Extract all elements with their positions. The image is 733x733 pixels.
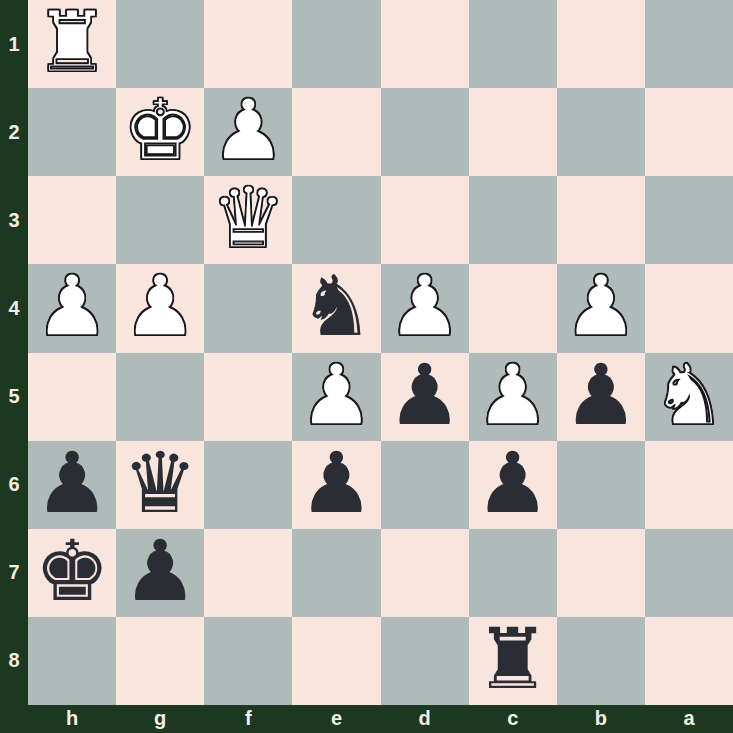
piece-white-pawn-d4[interactable]: ♟: [387, 264, 462, 348]
piece-black-pawn-h6[interactable]: ♟: [34, 441, 109, 525]
square-f5[interactable]: [204, 353, 292, 441]
square-f1[interactable]: [204, 0, 292, 88]
square-b2[interactable]: [557, 88, 645, 176]
square-a7[interactable]: [645, 529, 733, 617]
square-g4[interactable]: ♟: [116, 264, 204, 352]
square-c4[interactable]: [469, 264, 557, 352]
piece-white-pawn-f2[interactable]: ♟: [211, 88, 286, 172]
piece-white-knight-a5[interactable]: ♞: [651, 353, 726, 437]
piece-white-pawn-b4[interactable]: ♟: [563, 264, 638, 348]
file-label-b: b: [557, 705, 645, 733]
piece-black-pawn-c6[interactable]: ♟: [475, 441, 550, 525]
file-label-h: h: [28, 705, 116, 733]
piece-white-king-g2[interactable]: ♚: [123, 88, 198, 172]
rank-labels: 12345678: [0, 0, 28, 705]
square-h5[interactable]: [28, 353, 116, 441]
square-e6[interactable]: ♟: [292, 441, 380, 529]
rank-label-8: 8: [0, 617, 28, 705]
square-g3[interactable]: [116, 176, 204, 264]
piece-black-king-h7[interactable]: ♚: [34, 529, 109, 613]
square-h1[interactable]: ♜: [28, 0, 116, 88]
square-h3[interactable]: [28, 176, 116, 264]
frame-corner: [0, 705, 28, 733]
square-g2[interactable]: ♚: [116, 88, 204, 176]
square-f8[interactable]: [204, 617, 292, 705]
square-h7[interactable]: ♚: [28, 529, 116, 617]
square-h2[interactable]: [28, 88, 116, 176]
square-e2[interactable]: [292, 88, 380, 176]
square-g8[interactable]: [116, 617, 204, 705]
square-c7[interactable]: [469, 529, 557, 617]
square-a1[interactable]: [645, 0, 733, 88]
rank-label-2: 2: [0, 88, 28, 176]
rank-label-1: 1: [0, 0, 28, 88]
square-c8[interactable]: ♜: [469, 617, 557, 705]
chessboard-frame: 12345678 ♜♚♟♛♟♟♞♟♟♟♟♟♟♞♟♛♟♟♚♟♜ hgfedcba: [0, 0, 733, 733]
rank-label-3: 3: [0, 176, 28, 264]
square-d2[interactable]: [381, 88, 469, 176]
square-e3[interactable]: [292, 176, 380, 264]
file-labels: hgfedcba: [28, 705, 733, 733]
square-c5[interactable]: ♟: [469, 353, 557, 441]
square-c2[interactable]: [469, 88, 557, 176]
square-a5[interactable]: ♞: [645, 353, 733, 441]
square-h4[interactable]: ♟: [28, 264, 116, 352]
square-c6[interactable]: ♟: [469, 441, 557, 529]
piece-black-pawn-e6[interactable]: ♟: [299, 441, 374, 525]
square-c1[interactable]: [469, 0, 557, 88]
square-b5[interactable]: ♟: [557, 353, 645, 441]
piece-black-pawn-b5[interactable]: ♟: [563, 353, 638, 437]
piece-black-pawn-d5[interactable]: ♟: [387, 353, 462, 437]
square-h6[interactable]: ♟: [28, 441, 116, 529]
file-label-d: d: [381, 705, 469, 733]
square-e5[interactable]: ♟: [292, 353, 380, 441]
piece-white-pawn-c5[interactable]: ♟: [475, 353, 550, 437]
file-label-a: a: [645, 705, 733, 733]
square-d5[interactable]: ♟: [381, 353, 469, 441]
piece-black-queen-g6[interactable]: ♛: [123, 441, 198, 525]
piece-white-rook-h1[interactable]: ♜: [34, 0, 109, 84]
square-c3[interactable]: [469, 176, 557, 264]
file-label-e: e: [292, 705, 380, 733]
square-d7[interactable]: [381, 529, 469, 617]
square-d4[interactable]: ♟: [381, 264, 469, 352]
piece-white-pawn-e5[interactable]: ♟: [299, 353, 374, 437]
piece-white-pawn-g4[interactable]: ♟: [123, 264, 198, 348]
square-b1[interactable]: [557, 0, 645, 88]
square-a3[interactable]: [645, 176, 733, 264]
square-d1[interactable]: [381, 0, 469, 88]
file-label-f: f: [204, 705, 292, 733]
rank-label-5: 5: [0, 353, 28, 441]
square-a4[interactable]: [645, 264, 733, 352]
square-e4[interactable]: ♞: [292, 264, 380, 352]
square-g7[interactable]: ♟: [116, 529, 204, 617]
square-f6[interactable]: [204, 441, 292, 529]
rank-label-6: 6: [0, 441, 28, 529]
piece-black-rook-c8[interactable]: ♜: [475, 617, 550, 701]
piece-white-queen-f3[interactable]: ♛: [211, 176, 286, 260]
square-f3[interactable]: ♛: [204, 176, 292, 264]
square-e1[interactable]: [292, 0, 380, 88]
square-f2[interactable]: ♟: [204, 88, 292, 176]
square-d3[interactable]: [381, 176, 469, 264]
square-e7[interactable]: [292, 529, 380, 617]
square-g6[interactable]: ♛: [116, 441, 204, 529]
square-b4[interactable]: ♟: [557, 264, 645, 352]
rank-label-4: 4: [0, 264, 28, 352]
square-a2[interactable]: [645, 88, 733, 176]
piece-black-knight-e4[interactable]: ♞: [299, 264, 374, 348]
piece-black-pawn-g7[interactable]: ♟: [123, 529, 198, 613]
square-b3[interactable]: [557, 176, 645, 264]
square-g5[interactable]: [116, 353, 204, 441]
square-d8[interactable]: [381, 617, 469, 705]
square-d6[interactable]: [381, 441, 469, 529]
square-g1[interactable]: [116, 0, 204, 88]
square-b6[interactable]: [557, 441, 645, 529]
square-f4[interactable]: [204, 264, 292, 352]
square-a8[interactable]: [645, 617, 733, 705]
square-f7[interactable]: [204, 529, 292, 617]
file-label-g: g: [116, 705, 204, 733]
square-b7[interactable]: [557, 529, 645, 617]
chess-board: ♜♚♟♛♟♟♞♟♟♟♟♟♟♞♟♛♟♟♚♟♜: [28, 0, 733, 705]
square-b8[interactable]: [557, 617, 645, 705]
rank-label-7: 7: [0, 529, 28, 617]
piece-white-pawn-h4[interactable]: ♟: [34, 264, 109, 348]
square-h8[interactable]: [28, 617, 116, 705]
square-e8[interactable]: [292, 617, 380, 705]
file-label-c: c: [469, 705, 557, 733]
square-a6[interactable]: [645, 441, 733, 529]
